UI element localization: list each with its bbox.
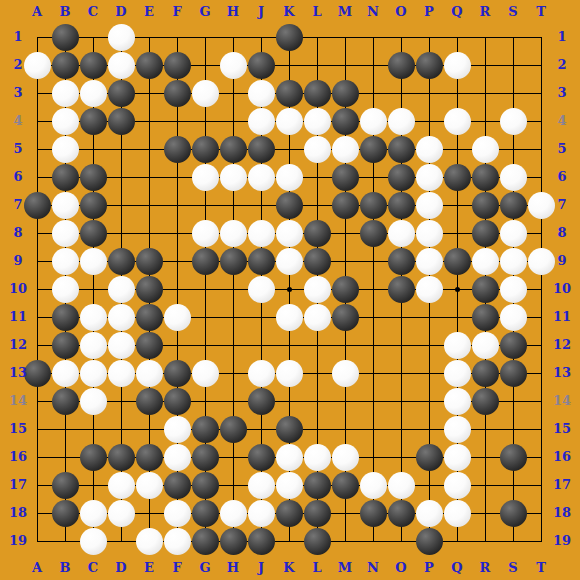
intersection-E6[interactable] <box>135 163 163 191</box>
intersection-D14[interactable] <box>107 387 135 415</box>
intersection-J14[interactable] <box>247 387 275 415</box>
intersection-G13[interactable] <box>191 359 219 387</box>
intersection-N6[interactable] <box>359 163 387 191</box>
intersection-C16[interactable] <box>79 443 107 471</box>
intersection-O10[interactable] <box>387 275 415 303</box>
intersection-C12[interactable] <box>79 331 107 359</box>
intersection-K17[interactable] <box>275 471 303 499</box>
intersection-R8[interactable] <box>471 219 499 247</box>
intersection-R15[interactable] <box>471 415 499 443</box>
intersection-N19[interactable] <box>359 527 387 555</box>
intersection-D4[interactable] <box>107 107 135 135</box>
intersection-G11[interactable] <box>191 303 219 331</box>
intersection-J10[interactable] <box>247 275 275 303</box>
intersection-N18[interactable] <box>359 499 387 527</box>
intersection-F17[interactable] <box>163 471 191 499</box>
intersection-L13[interactable] <box>303 359 331 387</box>
intersection-N2[interactable] <box>359 51 387 79</box>
intersection-P5[interactable] <box>415 135 443 163</box>
intersection-G4[interactable] <box>191 107 219 135</box>
intersection-Q19[interactable] <box>443 527 471 555</box>
intersection-S14[interactable] <box>499 387 527 415</box>
intersection-M11[interactable] <box>331 303 359 331</box>
intersection-G10[interactable] <box>191 275 219 303</box>
intersection-N14[interactable] <box>359 387 387 415</box>
intersection-R4[interactable] <box>471 107 499 135</box>
intersection-H7[interactable] <box>219 191 247 219</box>
intersection-N9[interactable] <box>359 247 387 275</box>
intersection-N12[interactable] <box>359 331 387 359</box>
intersection-O3[interactable] <box>387 79 415 107</box>
intersection-L15[interactable] <box>303 415 331 443</box>
intersection-B2[interactable] <box>51 51 79 79</box>
intersection-Q11[interactable] <box>443 303 471 331</box>
intersection-P12[interactable] <box>415 331 443 359</box>
intersection-S11[interactable] <box>499 303 527 331</box>
intersection-J18[interactable] <box>247 499 275 527</box>
intersection-Q6[interactable] <box>443 163 471 191</box>
intersection-S12[interactable] <box>499 331 527 359</box>
intersection-F11[interactable] <box>163 303 191 331</box>
intersection-N8[interactable] <box>359 219 387 247</box>
intersection-E13[interactable] <box>135 359 163 387</box>
intersection-R5[interactable] <box>471 135 499 163</box>
intersection-Q13[interactable] <box>443 359 471 387</box>
intersection-D1[interactable] <box>107 23 135 51</box>
intersection-B9[interactable] <box>51 247 79 275</box>
intersection-G14[interactable] <box>191 387 219 415</box>
intersection-K18[interactable] <box>275 499 303 527</box>
intersection-K1[interactable] <box>275 23 303 51</box>
intersection-S15[interactable] <box>499 415 527 443</box>
intersection-F12[interactable] <box>163 331 191 359</box>
intersection-Q15[interactable] <box>443 415 471 443</box>
intersection-N10[interactable] <box>359 275 387 303</box>
intersection-F19[interactable] <box>163 527 191 555</box>
intersection-R13[interactable] <box>471 359 499 387</box>
intersection-S4[interactable] <box>499 107 527 135</box>
intersection-J7[interactable] <box>247 191 275 219</box>
intersection-S19[interactable] <box>499 527 527 555</box>
intersection-O2[interactable] <box>387 51 415 79</box>
intersection-D5[interactable] <box>107 135 135 163</box>
intersection-J1[interactable] <box>247 23 275 51</box>
intersection-M3[interactable] <box>331 79 359 107</box>
intersection-S8[interactable] <box>499 219 527 247</box>
intersection-J17[interactable] <box>247 471 275 499</box>
intersection-B10[interactable] <box>51 275 79 303</box>
intersection-F5[interactable] <box>163 135 191 163</box>
intersection-P14[interactable] <box>415 387 443 415</box>
intersection-M13[interactable] <box>331 359 359 387</box>
intersection-G17[interactable] <box>191 471 219 499</box>
intersection-H11[interactable] <box>219 303 247 331</box>
intersection-K13[interactable] <box>275 359 303 387</box>
intersection-F1[interactable] <box>163 23 191 51</box>
intersection-P11[interactable] <box>415 303 443 331</box>
intersection-F8[interactable] <box>163 219 191 247</box>
intersection-L8[interactable] <box>303 219 331 247</box>
intersection-R7[interactable] <box>471 191 499 219</box>
intersection-B3[interactable] <box>51 79 79 107</box>
intersection-L9[interactable] <box>303 247 331 275</box>
intersection-E12[interactable] <box>135 331 163 359</box>
intersection-H14[interactable] <box>219 387 247 415</box>
intersection-D6[interactable] <box>107 163 135 191</box>
intersection-N1[interactable] <box>359 23 387 51</box>
intersection-O5[interactable] <box>387 135 415 163</box>
intersection-P8[interactable] <box>415 219 443 247</box>
intersection-K12[interactable] <box>275 331 303 359</box>
intersection-C19[interactable] <box>79 527 107 555</box>
intersection-B11[interactable] <box>51 303 79 331</box>
intersection-H1[interactable] <box>219 23 247 51</box>
intersection-B13[interactable] <box>51 359 79 387</box>
intersection-Q1[interactable] <box>443 23 471 51</box>
intersection-R19[interactable] <box>471 527 499 555</box>
intersection-B16[interactable] <box>51 443 79 471</box>
intersection-H2[interactable] <box>219 51 247 79</box>
intersection-R9[interactable] <box>471 247 499 275</box>
intersection-D16[interactable] <box>107 443 135 471</box>
intersection-M2[interactable] <box>331 51 359 79</box>
intersection-Q17[interactable] <box>443 471 471 499</box>
intersection-K16[interactable] <box>275 443 303 471</box>
intersection-J13[interactable] <box>247 359 275 387</box>
intersection-H6[interactable] <box>219 163 247 191</box>
intersection-G7[interactable] <box>191 191 219 219</box>
intersection-G5[interactable] <box>191 135 219 163</box>
intersection-K4[interactable] <box>275 107 303 135</box>
intersection-N3[interactable] <box>359 79 387 107</box>
intersection-B18[interactable] <box>51 499 79 527</box>
intersection-P18[interactable] <box>415 499 443 527</box>
intersection-G8[interactable] <box>191 219 219 247</box>
intersection-D10[interactable] <box>107 275 135 303</box>
intersection-O8[interactable] <box>387 219 415 247</box>
intersection-K6[interactable] <box>275 163 303 191</box>
intersection-G15[interactable] <box>191 415 219 443</box>
intersection-G19[interactable] <box>191 527 219 555</box>
intersection-Q9[interactable] <box>443 247 471 275</box>
intersection-E4[interactable] <box>135 107 163 135</box>
intersection-F2[interactable] <box>163 51 191 79</box>
intersection-D2[interactable] <box>107 51 135 79</box>
intersection-L4[interactable] <box>303 107 331 135</box>
intersection-P1[interactable] <box>415 23 443 51</box>
intersection-R17[interactable] <box>471 471 499 499</box>
intersection-F4[interactable] <box>163 107 191 135</box>
intersection-C7[interactable] <box>79 191 107 219</box>
intersection-S18[interactable] <box>499 499 527 527</box>
intersection-D8[interactable] <box>107 219 135 247</box>
intersection-R14[interactable] <box>471 387 499 415</box>
intersection-F10[interactable] <box>163 275 191 303</box>
intersection-B4[interactable] <box>51 107 79 135</box>
intersection-R11[interactable] <box>471 303 499 331</box>
intersection-E10[interactable] <box>135 275 163 303</box>
intersection-O6[interactable] <box>387 163 415 191</box>
intersection-D18[interactable] <box>107 499 135 527</box>
intersection-Q8[interactable] <box>443 219 471 247</box>
intersection-F14[interactable] <box>163 387 191 415</box>
intersection-J3[interactable] <box>247 79 275 107</box>
intersection-S16[interactable] <box>499 443 527 471</box>
intersection-D7[interactable] <box>107 191 135 219</box>
intersection-F15[interactable] <box>163 415 191 443</box>
intersection-L14[interactable] <box>303 387 331 415</box>
intersection-Q18[interactable] <box>443 499 471 527</box>
intersection-O9[interactable] <box>387 247 415 275</box>
intersection-P10[interactable] <box>415 275 443 303</box>
intersection-R10[interactable] <box>471 275 499 303</box>
intersection-H18[interactable] <box>219 499 247 527</box>
intersection-N15[interactable] <box>359 415 387 443</box>
intersection-S7[interactable] <box>499 191 527 219</box>
intersection-O4[interactable] <box>387 107 415 135</box>
intersection-B12[interactable] <box>51 331 79 359</box>
intersection-E14[interactable] <box>135 387 163 415</box>
intersection-C5[interactable] <box>79 135 107 163</box>
intersection-P16[interactable] <box>415 443 443 471</box>
intersection-O19[interactable] <box>387 527 415 555</box>
intersection-O17[interactable] <box>387 471 415 499</box>
intersection-J8[interactable] <box>247 219 275 247</box>
intersection-Q5[interactable] <box>443 135 471 163</box>
intersection-B14[interactable] <box>51 387 79 415</box>
intersection-R6[interactable] <box>471 163 499 191</box>
intersection-C1[interactable] <box>79 23 107 51</box>
intersection-S3[interactable] <box>499 79 527 107</box>
intersection-H13[interactable] <box>219 359 247 387</box>
intersection-Q10[interactable] <box>443 275 471 303</box>
intersection-B7[interactable] <box>51 191 79 219</box>
intersection-R3[interactable] <box>471 79 499 107</box>
intersection-Q2[interactable] <box>443 51 471 79</box>
intersection-G6[interactable] <box>191 163 219 191</box>
intersection-J19[interactable] <box>247 527 275 555</box>
intersection-R12[interactable] <box>471 331 499 359</box>
intersection-K14[interactable] <box>275 387 303 415</box>
intersection-K15[interactable] <box>275 415 303 443</box>
intersection-M15[interactable] <box>331 415 359 443</box>
intersection-O11[interactable] <box>387 303 415 331</box>
intersection-S10[interactable] <box>499 275 527 303</box>
intersection-L16[interactable] <box>303 443 331 471</box>
intersection-B17[interactable] <box>51 471 79 499</box>
intersection-M14[interactable] <box>331 387 359 415</box>
intersection-M7[interactable] <box>331 191 359 219</box>
intersection-G1[interactable] <box>191 23 219 51</box>
intersection-D15[interactable] <box>107 415 135 443</box>
intersection-D11[interactable] <box>107 303 135 331</box>
intersection-C4[interactable] <box>79 107 107 135</box>
intersection-E15[interactable] <box>135 415 163 443</box>
intersection-H12[interactable] <box>219 331 247 359</box>
intersection-E16[interactable] <box>135 443 163 471</box>
intersection-L10[interactable] <box>303 275 331 303</box>
intersection-L7[interactable] <box>303 191 331 219</box>
intersection-N17[interactable] <box>359 471 387 499</box>
intersection-Q12[interactable] <box>443 331 471 359</box>
intersection-F7[interactable] <box>163 191 191 219</box>
intersection-Q14[interactable] <box>443 387 471 415</box>
intersection-G9[interactable] <box>191 247 219 275</box>
intersection-C10[interactable] <box>79 275 107 303</box>
intersection-O13[interactable] <box>387 359 415 387</box>
intersection-G16[interactable] <box>191 443 219 471</box>
intersection-O16[interactable] <box>387 443 415 471</box>
intersection-M9[interactable] <box>331 247 359 275</box>
intersection-J6[interactable] <box>247 163 275 191</box>
intersection-N7[interactable] <box>359 191 387 219</box>
intersection-O7[interactable] <box>387 191 415 219</box>
intersection-B19[interactable] <box>51 527 79 555</box>
intersection-M8[interactable] <box>331 219 359 247</box>
intersection-H16[interactable] <box>219 443 247 471</box>
intersection-C2[interactable] <box>79 51 107 79</box>
intersection-E18[interactable] <box>135 499 163 527</box>
intersection-B6[interactable] <box>51 163 79 191</box>
intersection-H17[interactable] <box>219 471 247 499</box>
intersection-E11[interactable] <box>135 303 163 331</box>
intersection-F16[interactable] <box>163 443 191 471</box>
intersection-K2[interactable] <box>275 51 303 79</box>
intersection-C15[interactable] <box>79 415 107 443</box>
intersection-J2[interactable] <box>247 51 275 79</box>
intersection-Q3[interactable] <box>443 79 471 107</box>
intersection-H15[interactable] <box>219 415 247 443</box>
intersection-F18[interactable] <box>163 499 191 527</box>
intersection-B15[interactable] <box>51 415 79 443</box>
intersection-P19[interactable] <box>415 527 443 555</box>
intersection-P17[interactable] <box>415 471 443 499</box>
intersection-B8[interactable] <box>51 219 79 247</box>
intersection-N16[interactable] <box>359 443 387 471</box>
intersection-E5[interactable] <box>135 135 163 163</box>
intersection-K9[interactable] <box>275 247 303 275</box>
intersection-J15[interactable] <box>247 415 275 443</box>
intersection-L5[interactable] <box>303 135 331 163</box>
intersection-K8[interactable] <box>275 219 303 247</box>
intersection-N13[interactable] <box>359 359 387 387</box>
intersection-L17[interactable] <box>303 471 331 499</box>
intersection-S5[interactable] <box>499 135 527 163</box>
intersection-N11[interactable] <box>359 303 387 331</box>
intersection-M17[interactable] <box>331 471 359 499</box>
intersection-L12[interactable] <box>303 331 331 359</box>
intersection-D19[interactable] <box>107 527 135 555</box>
intersection-J4[interactable] <box>247 107 275 135</box>
intersection-E1[interactable] <box>135 23 163 51</box>
intersection-O15[interactable] <box>387 415 415 443</box>
intersection-O1[interactable] <box>387 23 415 51</box>
intersection-G18[interactable] <box>191 499 219 527</box>
intersection-L1[interactable] <box>303 23 331 51</box>
intersection-S9[interactable] <box>499 247 527 275</box>
intersection-L18[interactable] <box>303 499 331 527</box>
intersection-O12[interactable] <box>387 331 415 359</box>
intersection-M12[interactable] <box>331 331 359 359</box>
intersection-F6[interactable] <box>163 163 191 191</box>
intersection-P13[interactable] <box>415 359 443 387</box>
intersection-D13[interactable] <box>107 359 135 387</box>
intersection-P3[interactable] <box>415 79 443 107</box>
intersection-P15[interactable] <box>415 415 443 443</box>
intersection-N4[interactable] <box>359 107 387 135</box>
intersection-D3[interactable] <box>107 79 135 107</box>
intersection-H10[interactable] <box>219 275 247 303</box>
intersection-B5[interactable] <box>51 135 79 163</box>
intersection-M18[interactable] <box>331 499 359 527</box>
intersection-H19[interactable] <box>219 527 247 555</box>
intersection-K19[interactable] <box>275 527 303 555</box>
intersection-P6[interactable] <box>415 163 443 191</box>
intersection-P9[interactable] <box>415 247 443 275</box>
intersection-G3[interactable] <box>191 79 219 107</box>
intersection-S13[interactable] <box>499 359 527 387</box>
intersection-C9[interactable] <box>79 247 107 275</box>
intersection-J9[interactable] <box>247 247 275 275</box>
intersection-C18[interactable] <box>79 499 107 527</box>
intersection-C6[interactable] <box>79 163 107 191</box>
intersection-M4[interactable] <box>331 107 359 135</box>
intersection-P4[interactable] <box>415 107 443 135</box>
intersection-G12[interactable] <box>191 331 219 359</box>
intersection-S1[interactable] <box>499 23 527 51</box>
intersection-J11[interactable] <box>247 303 275 331</box>
intersection-C3[interactable] <box>79 79 107 107</box>
intersection-M10[interactable] <box>331 275 359 303</box>
intersection-D9[interactable] <box>107 247 135 275</box>
intersection-C14[interactable] <box>79 387 107 415</box>
intersection-Q4[interactable] <box>443 107 471 135</box>
intersection-K7[interactable] <box>275 191 303 219</box>
intersection-L6[interactable] <box>303 163 331 191</box>
intersection-R16[interactable] <box>471 443 499 471</box>
intersection-E7[interactable] <box>135 191 163 219</box>
intersection-E19[interactable] <box>135 527 163 555</box>
intersection-D17[interactable] <box>107 471 135 499</box>
intersection-H5[interactable] <box>219 135 247 163</box>
intersection-E9[interactable] <box>135 247 163 275</box>
intersection-E3[interactable] <box>135 79 163 107</box>
intersection-J16[interactable] <box>247 443 275 471</box>
intersection-C17[interactable] <box>79 471 107 499</box>
intersection-R2[interactable] <box>471 51 499 79</box>
intersection-K10[interactable] <box>275 275 303 303</box>
intersection-M19[interactable] <box>331 527 359 555</box>
intersection-O18[interactable] <box>387 499 415 527</box>
intersection-S2[interactable] <box>499 51 527 79</box>
intersection-C11[interactable] <box>79 303 107 331</box>
intersection-K5[interactable] <box>275 135 303 163</box>
intersection-F9[interactable] <box>163 247 191 275</box>
intersection-C13[interactable] <box>79 359 107 387</box>
intersection-H4[interactable] <box>219 107 247 135</box>
intersection-S17[interactable] <box>499 471 527 499</box>
intersection-B1[interactable] <box>51 23 79 51</box>
intersection-Q16[interactable] <box>443 443 471 471</box>
intersection-E8[interactable] <box>135 219 163 247</box>
intersection-O14[interactable] <box>387 387 415 415</box>
intersection-P7[interactable] <box>415 191 443 219</box>
intersection-G2[interactable] <box>191 51 219 79</box>
intersection-Q7[interactable] <box>443 191 471 219</box>
intersection-K11[interactable] <box>275 303 303 331</box>
intersection-C8[interactable] <box>79 219 107 247</box>
intersection-H3[interactable] <box>219 79 247 107</box>
